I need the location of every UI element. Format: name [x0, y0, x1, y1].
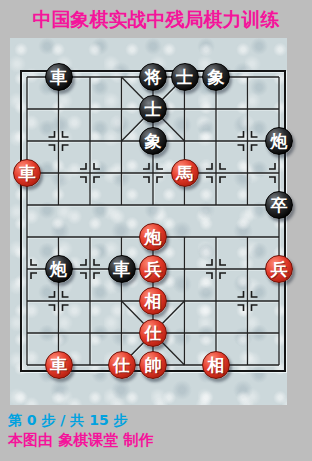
credit-text: 本图由 象棋课堂 制作: [8, 431, 153, 450]
red-cannon[interactable]: 炮: [139, 223, 167, 251]
black-elephant[interactable]: 象: [139, 127, 167, 155]
board-grid: [10, 38, 287, 405]
red-elephant[interactable]: 相: [139, 287, 167, 315]
move-counter: 第 0 步 / 共 15 步: [8, 412, 128, 430]
red-advisor[interactable]: 仕: [108, 351, 136, 379]
red-elephant[interactable]: 相: [202, 351, 230, 379]
red-chariot[interactable]: 車: [13, 159, 41, 187]
red-advisor[interactable]: 仕: [139, 319, 167, 347]
black-advisor[interactable]: 士: [171, 63, 199, 91]
black-chariot[interactable]: 車: [45, 63, 73, 91]
red-soldier[interactable]: 兵: [139, 255, 167, 283]
black-soldier[interactable]: 卒: [265, 191, 293, 219]
black-cannon[interactable]: 炮: [265, 127, 293, 155]
red-general[interactable]: 帥: [139, 351, 167, 379]
red-chariot[interactable]: 車: [45, 351, 73, 379]
page-title: 中国象棋实战中残局棋力训练: [0, 7, 312, 33]
red-soldier[interactable]: 兵: [265, 255, 293, 283]
black-elephant[interactable]: 象: [202, 63, 230, 91]
board-panel: 車将士象士象炮車馬卒炮炮車兵兵相仕車仕帥相: [10, 38, 287, 405]
black-advisor[interactable]: 士: [139, 95, 167, 123]
black-general[interactable]: 将: [139, 63, 167, 91]
black-cannon[interactable]: 炮: [45, 255, 73, 283]
black-chariot[interactable]: 車: [108, 255, 136, 283]
red-horse[interactable]: 馬: [171, 159, 199, 187]
